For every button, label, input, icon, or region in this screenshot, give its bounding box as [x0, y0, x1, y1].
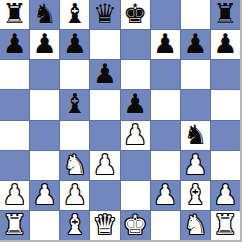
square-e6[interactable] — [121, 60, 150, 89]
square-b7[interactable]: ♟ — [30, 30, 59, 59]
square-d6[interactable]: ♟ — [90, 60, 119, 89]
piece-white-knight[interactable]: ♞ — [183, 211, 207, 238]
square-b1[interactable] — [30, 211, 59, 240]
square-c3[interactable]: ♞ — [60, 151, 89, 180]
square-c7[interactable]: ♟ — [60, 30, 89, 59]
square-f3[interactable] — [151, 151, 180, 180]
square-a2[interactable]: ♟ — [0, 181, 29, 210]
square-a7[interactable]: ♟ — [0, 30, 29, 59]
piece-white-pawn[interactable]: ♟ — [63, 181, 87, 208]
square-e3[interactable] — [121, 151, 150, 180]
square-g8[interactable] — [181, 0, 210, 29]
piece-black-pawn[interactable]: ♟ — [93, 60, 117, 87]
square-a5[interactable] — [0, 90, 29, 119]
square-d2[interactable] — [90, 181, 119, 210]
square-d1[interactable]: ♛ — [90, 211, 119, 240]
piece-black-pawn[interactable]: ♟ — [33, 30, 57, 57]
square-b2[interactable]: ♟ — [30, 181, 59, 210]
piece-white-pawn[interactable]: ♟ — [213, 181, 237, 208]
piece-white-king[interactable]: ♚ — [123, 211, 147, 238]
square-e5[interactable]: ♟ — [121, 90, 150, 119]
piece-white-pawn[interactable]: ♟ — [123, 121, 147, 148]
piece-black-rook[interactable]: ♜ — [2, 0, 26, 27]
square-f8[interactable] — [151, 0, 180, 29]
square-a4[interactable] — [0, 121, 29, 150]
square-b3[interactable] — [30, 151, 59, 180]
square-f6[interactable] — [151, 60, 180, 89]
piece-black-bishop[interactable]: ♝ — [63, 0, 87, 27]
piece-black-pawn[interactable]: ♟ — [2, 30, 26, 57]
square-h3[interactable] — [211, 151, 240, 180]
piece-white-queen[interactable]: ♛ — [93, 211, 117, 238]
square-b8[interactable]: ♞ — [30, 0, 59, 29]
square-d4[interactable] — [90, 121, 119, 150]
piece-white-pawn[interactable]: ♟ — [93, 151, 117, 178]
square-c5[interactable]: ♝ — [60, 90, 89, 119]
square-e2[interactable] — [121, 181, 150, 210]
square-e4[interactable]: ♟ — [121, 121, 150, 150]
square-h1[interactable]: ♜ — [211, 211, 240, 240]
chess-board: ♜♞♝♛♚♜♟♟♟♟♟♟♟♝♟♟♞♞♟♟♟♟♟♟♝♟♜♝♛♚♞♜ — [0, 0, 242, 242]
square-a8[interactable]: ♜ — [0, 0, 29, 29]
square-c1[interactable]: ♝ — [60, 211, 89, 240]
piece-white-pawn[interactable]: ♟ — [183, 151, 207, 178]
square-f2[interactable]: ♟ — [151, 181, 180, 210]
piece-black-pawn[interactable]: ♟ — [183, 30, 207, 57]
square-c6[interactable] — [60, 60, 89, 89]
piece-black-knight[interactable]: ♞ — [33, 0, 57, 27]
piece-white-pawn[interactable]: ♟ — [2, 181, 26, 208]
piece-white-rook[interactable]: ♜ — [2, 211, 26, 238]
square-f1[interactable] — [151, 211, 180, 240]
square-d3[interactable]: ♟ — [90, 151, 119, 180]
square-d7[interactable] — [90, 30, 119, 59]
square-a1[interactable]: ♜ — [0, 211, 29, 240]
piece-black-queen[interactable]: ♛ — [93, 0, 117, 27]
square-h5[interactable] — [211, 90, 240, 119]
square-c2[interactable]: ♟ — [60, 181, 89, 210]
square-g4[interactable]: ♞ — [181, 121, 210, 150]
piece-black-bishop[interactable]: ♝ — [63, 90, 87, 117]
square-g7[interactable]: ♟ — [181, 30, 210, 59]
piece-white-pawn[interactable]: ♟ — [153, 181, 177, 208]
square-e1[interactable]: ♚ — [121, 211, 150, 240]
square-c4[interactable] — [60, 121, 89, 150]
piece-black-pawn[interactable]: ♟ — [213, 30, 237, 57]
piece-black-pawn[interactable]: ♟ — [63, 30, 87, 57]
piece-black-pawn[interactable]: ♟ — [123, 90, 147, 117]
piece-black-pawn[interactable]: ♟ — [153, 30, 177, 57]
square-g1[interactable]: ♞ — [181, 211, 210, 240]
square-a6[interactable] — [0, 60, 29, 89]
piece-black-knight[interactable]: ♞ — [183, 121, 207, 148]
square-h6[interactable] — [211, 60, 240, 89]
square-b6[interactable] — [30, 60, 59, 89]
piece-black-king[interactable]: ♚ — [123, 0, 147, 27]
piece-white-rook[interactable]: ♜ — [213, 211, 237, 238]
square-g5[interactable] — [181, 90, 210, 119]
piece-white-knight[interactable]: ♞ — [63, 151, 87, 178]
square-h7[interactable]: ♟ — [211, 30, 240, 59]
square-h2[interactable]: ♟ — [211, 181, 240, 210]
square-d5[interactable] — [90, 90, 119, 119]
square-g2[interactable]: ♝ — [181, 181, 210, 210]
square-a3[interactable] — [0, 151, 29, 180]
square-f7[interactable]: ♟ — [151, 30, 180, 59]
square-e8[interactable]: ♚ — [121, 0, 150, 29]
chess-board-wrapper: ♜♞♝♛♚♜♟♟♟♟♟♟♟♝♟♟♞♞♟♟♟♟♟♟♝♟♜♝♛♚♞♜ — [0, 0, 242, 242]
square-h8[interactable]: ♜ — [211, 0, 240, 29]
square-e7[interactable] — [121, 30, 150, 59]
piece-black-rook[interactable]: ♜ — [213, 0, 237, 27]
square-c8[interactable]: ♝ — [60, 0, 89, 29]
square-f4[interactable] — [151, 121, 180, 150]
square-f5[interactable] — [151, 90, 180, 119]
square-g6[interactable] — [181, 60, 210, 89]
piece-white-pawn[interactable]: ♟ — [33, 181, 57, 208]
square-b5[interactable] — [30, 90, 59, 119]
piece-white-bishop[interactable]: ♝ — [63, 211, 87, 238]
square-b4[interactable] — [30, 121, 59, 150]
piece-white-bishop[interactable]: ♝ — [183, 181, 207, 208]
square-h4[interactable] — [211, 121, 240, 150]
square-g3[interactable]: ♟ — [181, 151, 210, 180]
square-d8[interactable]: ♛ — [90, 0, 119, 29]
